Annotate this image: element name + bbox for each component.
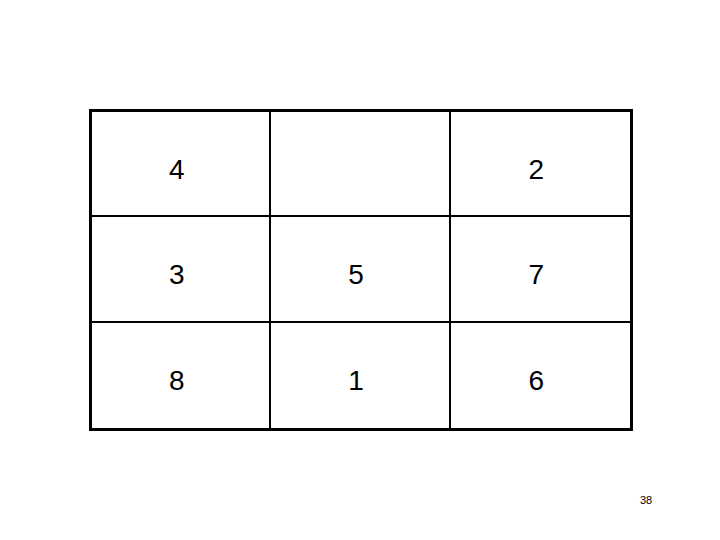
cell-value: 6 (529, 367, 545, 395)
cell-value: 3 (169, 261, 185, 289)
cell-r1c3[interactable]: 2 (451, 112, 630, 217)
cell-value: 7 (529, 261, 545, 289)
cell-r1c2[interactable] (271, 112, 450, 217)
slide-number: 38 (640, 495, 652, 506)
cell-r3c1[interactable]: 8 (92, 323, 271, 428)
cell-value: 4 (169, 156, 185, 184)
cell-r3c2[interactable]: 1 (271, 323, 450, 428)
cell-r1c1[interactable]: 4 (92, 112, 271, 217)
cell-r2c2[interactable]: 5 (271, 217, 450, 322)
cell-value: 5 (348, 261, 364, 289)
magic-square-board: 4 2 3 5 7 8 1 6 (89, 109, 633, 431)
cell-value: 1 (348, 367, 364, 395)
cell-r2c1[interactable]: 3 (92, 217, 271, 322)
cell-value: 8 (169, 367, 185, 395)
cell-value: 2 (529, 156, 545, 184)
cell-r2c3[interactable]: 7 (451, 217, 630, 322)
cell-r3c3[interactable]: 6 (451, 323, 630, 428)
